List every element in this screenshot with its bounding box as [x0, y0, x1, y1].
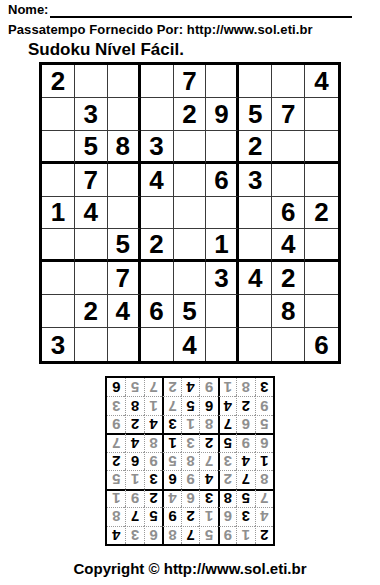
solution-cell-r3c7: 2: [144, 489, 162, 507]
puzzle-cell-r8c7[interactable]: [239, 295, 272, 328]
solution-cell-r1c4: 5: [199, 526, 217, 544]
puzzle-cell-r5c1: 1: [42, 197, 75, 230]
puzzle-cell-r3c6[interactable]: [206, 131, 239, 164]
puzzle-cell-r5c8: 6: [272, 197, 305, 230]
solution-cell-r5c3: 3: [218, 452, 236, 470]
puzzle-cell-r9c3[interactable]: [108, 328, 141, 361]
puzzle-cell-r4c2: 7: [75, 164, 108, 197]
solution-cell-r1c1: 2: [255, 526, 273, 544]
sudoku-puzzle-grid: 274329575832746314625214734224658346: [39, 62, 341, 364]
solution-cell-r6c4: 2: [199, 433, 217, 451]
solution-cell-r5c1: 1: [255, 452, 273, 470]
solution-cell-r9c7: 7: [144, 378, 162, 396]
solution-cell-r9c6: 2: [162, 378, 180, 396]
solution-cell-r9c5: 4: [181, 378, 199, 396]
solution-cell-r4c8: 1: [125, 470, 143, 488]
puzzle-cell-r1c6[interactable]: [206, 65, 239, 98]
solution-cell-r7c3: 7: [218, 415, 236, 433]
solution-cell-r1c2: 1: [236, 526, 254, 544]
solution-cell-r8c4: 6: [199, 396, 217, 414]
solution-cell-r7c5: 1: [181, 415, 199, 433]
solution-cell-r7c6: 3: [162, 415, 180, 433]
puzzle-cell-r4c6: 6: [206, 164, 239, 197]
puzzle-cell-r2c3[interactable]: [108, 98, 141, 131]
solution-cell-r6c8: 4: [125, 433, 143, 451]
puzzle-cell-r5c6[interactable]: [206, 197, 239, 230]
puzzle-cell-r7c4[interactable]: [141, 262, 174, 295]
solution-cell-r1c6: 8: [162, 526, 180, 544]
puzzle-cell-r6c7[interactable]: [239, 229, 272, 262]
puzzle-cell-r6c3: 5: [108, 229, 141, 262]
solution-cell-r7c4: 8: [199, 415, 217, 433]
solution-cell-r2c8: 7: [125, 507, 143, 525]
name-row: Nome:: [8, 2, 352, 18]
puzzle-cell-r8c9[interactable]: [305, 295, 338, 328]
puzzle-cell-r1c7[interactable]: [239, 65, 272, 98]
solution-cell-r4c4: 4: [199, 470, 217, 488]
puzzle-cell-r4c5[interactable]: [174, 164, 207, 197]
solution-cell-r3c8: 9: [125, 489, 143, 507]
sudoku-solution-grid-upside-down: 2195786344361295787583642918724963151437…: [105, 376, 275, 546]
solution-cell-r5c8: 6: [125, 452, 143, 470]
solution-cell-r2c9: 8: [107, 507, 125, 525]
solution-cell-r4c9: 5: [107, 470, 125, 488]
solution-cell-r2c4: 1: [199, 507, 217, 525]
solution-cell-r5c7: 9: [144, 452, 162, 470]
provider-line: Passatempo Fornecido Por: http://www.sol…: [8, 22, 313, 37]
puzzle-cell-r3c4: 3: [141, 131, 174, 164]
puzzle-cell-r4c4: 4: [141, 164, 174, 197]
solution-cell-r3c1: 7: [255, 489, 273, 507]
solution-cell-r8c7: 1: [144, 396, 162, 414]
solution-cell-r2c7: 5: [144, 507, 162, 525]
puzzle-cell-r3c9[interactable]: [305, 131, 338, 164]
puzzle-cell-r9c8[interactable]: [272, 328, 305, 361]
solution-cell-r4c1: 8: [255, 470, 273, 488]
solution-cell-r8c9: 3: [107, 396, 125, 414]
solution-cell-r6c6: 1: [162, 433, 180, 451]
solution-cell-r1c3: 9: [218, 526, 236, 544]
puzzle-cell-r6c6: 1: [206, 229, 239, 262]
solution-cell-r1c5: 7: [181, 526, 199, 544]
puzzle-cell-r6c4: 2: [141, 229, 174, 262]
puzzle-cell-r6c1[interactable]: [42, 229, 75, 262]
puzzle-cell-r9c6[interactable]: [206, 328, 239, 361]
puzzle-cell-r5c2: 4: [75, 197, 108, 230]
solution-cell-r2c1: 4: [255, 507, 273, 525]
solution-cell-r7c8: 2: [125, 415, 143, 433]
puzzle-cell-r9c5: 4: [174, 328, 207, 361]
solution-cell-r6c5: 3: [181, 433, 199, 451]
page-title: Sudoku Nível Fácil.: [28, 40, 184, 60]
solution-cell-r6c9: 7: [107, 433, 125, 451]
puzzle-cell-r2c5: 2: [174, 98, 207, 131]
puzzle-cell-r9c9: 6: [305, 328, 338, 361]
solution-cell-r1c8: 3: [125, 526, 143, 544]
solution-cell-r3c4: 3: [199, 489, 217, 507]
solution-cell-r9c1: 3: [255, 378, 273, 396]
solution-cell-r5c6: 5: [162, 452, 180, 470]
solution-cell-r6c2: 9: [236, 433, 254, 451]
puzzle-cell-r7c6: 3: [206, 262, 239, 295]
puzzle-cell-r3c5[interactable]: [174, 131, 207, 164]
puzzle-cell-r2c8: 7: [272, 98, 305, 131]
solution-cell-r6c3: 5: [218, 433, 236, 451]
puzzle-cell-r3c8[interactable]: [272, 131, 305, 164]
solution-cell-r5c5: 8: [181, 452, 199, 470]
puzzle-cell-r7c5[interactable]: [174, 262, 207, 295]
solution-cell-r8c6: 7: [162, 396, 180, 414]
puzzle-cell-r1c1: 2: [42, 65, 75, 98]
puzzle-cell-r6c8: 4: [272, 229, 305, 262]
puzzle-cell-r1c9: 4: [305, 65, 338, 98]
puzzle-cell-r8c2: 2: [75, 295, 108, 328]
puzzle-cell-r6c5[interactable]: [174, 229, 207, 262]
copyright-line: Copyright © http://www.sol.eti.br: [0, 560, 380, 577]
solution-cell-r7c2: 6: [236, 415, 254, 433]
solution-cell-r3c5: 6: [181, 489, 199, 507]
solution-cell-r4c7: 3: [144, 470, 162, 488]
puzzle-cell-r2c1[interactable]: [42, 98, 75, 131]
solution-cell-r1c9: 4: [107, 526, 125, 544]
puzzle-cell-r2c9[interactable]: [305, 98, 338, 131]
solution-cell-r9c9: 6: [107, 378, 125, 396]
solution-cell-r7c1: 5: [255, 415, 273, 433]
puzzle-cell-r7c9[interactable]: [305, 262, 338, 295]
solution-cell-r8c8: 8: [125, 396, 143, 414]
puzzle-cell-r9c2[interactable]: [75, 328, 108, 361]
solution-cell-r3c3: 8: [218, 489, 236, 507]
puzzle-cell-r7c3: 7: [108, 262, 141, 295]
puzzle-cell-r5c7[interactable]: [239, 197, 272, 230]
solution-cell-r4c5: 9: [181, 470, 199, 488]
puzzle-cell-r7c2[interactable]: [75, 262, 108, 295]
name-blank-line[interactable]: [50, 2, 352, 18]
puzzle-cell-r4c9[interactable]: [305, 164, 338, 197]
solution-cell-r3c9: 1: [107, 489, 125, 507]
puzzle-cell-r2c7: 5: [239, 98, 272, 131]
solution-cell-r1c7: 6: [144, 526, 162, 544]
puzzle-cell-r2c2: 3: [75, 98, 108, 131]
puzzle-cell-r8c6[interactable]: [206, 295, 239, 328]
solution-cell-r2c6: 9: [162, 507, 180, 525]
puzzle-cell-r9c1: 3: [42, 328, 75, 361]
puzzle-cell-r5c3[interactable]: [108, 197, 141, 230]
puzzle-cell-r2c6: 9: [206, 98, 239, 131]
solution-cell-r9c4: 9: [199, 378, 217, 396]
solution-cell-r8c5: 5: [181, 396, 199, 414]
puzzle-cell-r3c2: 5: [75, 131, 108, 164]
solution-cell-r2c2: 3: [236, 507, 254, 525]
solution-cell-r3c2: 5: [236, 489, 254, 507]
puzzle-cell-r3c3: 8: [108, 131, 141, 164]
solution-cell-r8c1: 9: [255, 396, 273, 414]
puzzle-cell-r5c4[interactable]: [141, 197, 174, 230]
puzzle-cell-r2c4[interactable]: [141, 98, 174, 131]
puzzle-cell-r9c4[interactable]: [141, 328, 174, 361]
puzzle-cell-r8c1[interactable]: [42, 295, 75, 328]
puzzle-cell-r4c8[interactable]: [272, 164, 305, 197]
solution-cell-r8c3: 4: [218, 396, 236, 414]
solution-cell-r9c3: 1: [218, 378, 236, 396]
puzzle-cell-r1c4[interactable]: [141, 65, 174, 98]
solution-cell-r9c8: 5: [125, 378, 143, 396]
puzzle-cell-r5c5[interactable]: [174, 197, 207, 230]
puzzle-cell-r3c1[interactable]: [42, 131, 75, 164]
puzzle-cell-r8c3: 4: [108, 295, 141, 328]
puzzle-cell-r7c7: 4: [239, 262, 272, 295]
solution-cell-r7c9: 9: [107, 415, 125, 433]
puzzle-cell-r4c3[interactable]: [108, 164, 141, 197]
solution-cell-r4c2: 7: [236, 470, 254, 488]
puzzle-cell-r6c2[interactable]: [75, 229, 108, 262]
solution-cell-r8c2: 2: [236, 396, 254, 414]
puzzle-cell-r1c8[interactable]: [272, 65, 305, 98]
solution-cell-r6c1: 6: [255, 433, 273, 451]
puzzle-cell-r7c8: 2: [272, 262, 305, 295]
solution-cell-r7c7: 4: [144, 415, 162, 433]
solution-cell-r5c2: 4: [236, 452, 254, 470]
puzzle-cell-r5c9: 2: [305, 197, 338, 230]
puzzle-cell-r8c8: 8: [272, 295, 305, 328]
puzzle-cell-r1c3[interactable]: [108, 65, 141, 98]
puzzle-cell-r9c7[interactable]: [239, 328, 272, 361]
solution-cell-r5c4: 7: [199, 452, 217, 470]
solution-cell-r4c6: 6: [162, 470, 180, 488]
puzzle-cell-r1c5: 7: [174, 65, 207, 98]
puzzle-cell-r4c7: 3: [239, 164, 272, 197]
name-label: Nome:: [8, 2, 48, 18]
puzzle-cell-r1c2[interactable]: [75, 65, 108, 98]
solution-cell-r2c3: 6: [218, 507, 236, 525]
puzzle-cell-r6c9[interactable]: [305, 229, 338, 262]
solution-cell-r3c6: 4: [162, 489, 180, 507]
solution-cell-r6c7: 8: [144, 433, 162, 451]
solution-cell-r9c2: 8: [236, 378, 254, 396]
puzzle-cell-r7c1[interactable]: [42, 262, 75, 295]
puzzle-cell-r8c4: 6: [141, 295, 174, 328]
solution-cell-r2c5: 2: [181, 507, 199, 525]
puzzle-cell-r3c7: 2: [239, 131, 272, 164]
solution-cell-r4c3: 2: [218, 470, 236, 488]
puzzle-cell-r8c5: 5: [174, 295, 207, 328]
solution-cell-r5c9: 2: [107, 452, 125, 470]
puzzle-cell-r4c1[interactable]: [42, 164, 75, 197]
